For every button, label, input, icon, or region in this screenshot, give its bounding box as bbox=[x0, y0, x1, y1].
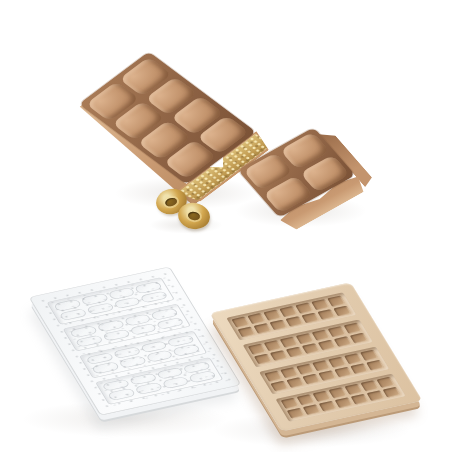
pocket-cell bbox=[350, 332, 368, 343]
pocket-cell bbox=[286, 346, 304, 357]
pocket-cell bbox=[297, 394, 315, 405]
pocket-cell bbox=[361, 380, 379, 391]
pocket-cell bbox=[270, 350, 288, 361]
pocket-cell bbox=[333, 305, 351, 316]
pocket-cell bbox=[279, 306, 297, 317]
pocket-cell bbox=[247, 313, 265, 324]
pocket-cell bbox=[382, 387, 400, 398]
pocket-cell bbox=[248, 343, 266, 354]
pocket-cell bbox=[296, 364, 314, 375]
pocket-cell bbox=[367, 390, 385, 401]
chocolate-bar bbox=[79, 51, 256, 184]
pocket-cell bbox=[360, 350, 378, 361]
pocket-cell bbox=[263, 309, 281, 320]
pocket-cell bbox=[376, 377, 394, 388]
pocket-cell bbox=[311, 299, 329, 310]
polycarbonate-mold bbox=[29, 266, 242, 415]
pocket-cell bbox=[281, 398, 299, 409]
pocket-cell bbox=[335, 397, 353, 408]
pocket-cell bbox=[319, 400, 337, 411]
pocket-cell bbox=[296, 333, 314, 344]
pocket-cell bbox=[334, 366, 352, 377]
pocket-cell bbox=[350, 363, 368, 374]
pocket-cell bbox=[303, 404, 321, 415]
pocket-cell bbox=[302, 373, 320, 384]
pocket-cell bbox=[313, 391, 331, 402]
pocket-cell bbox=[327, 295, 345, 306]
pocket-cell bbox=[270, 380, 288, 391]
pocket-cell bbox=[264, 340, 282, 351]
pocket-cell bbox=[285, 316, 303, 327]
pocket-cell bbox=[286, 377, 304, 388]
pocket-cell bbox=[334, 336, 352, 347]
pocket-cell bbox=[344, 323, 362, 334]
pocket-cell bbox=[231, 316, 249, 327]
product-photo bbox=[0, 0, 452, 452]
pocket-cell bbox=[318, 339, 336, 350]
pocket-cell bbox=[312, 330, 330, 341]
pocket-cell bbox=[280, 336, 298, 347]
pocket-cell bbox=[269, 319, 287, 330]
pocket-cell bbox=[301, 312, 319, 323]
pocket-cell bbox=[317, 309, 335, 320]
pocket-cell bbox=[366, 359, 384, 370]
pocket-cell bbox=[328, 357, 346, 368]
pocket-cell bbox=[264, 371, 282, 382]
pocket-cell bbox=[295, 302, 313, 313]
pocket-cell bbox=[302, 343, 320, 354]
pocket-cell bbox=[254, 353, 272, 364]
silicone-mold bbox=[210, 282, 423, 431]
pocket-cell bbox=[329, 387, 347, 398]
pocket-cell bbox=[344, 353, 362, 364]
pocket-cell bbox=[312, 360, 330, 371]
pocket-cell bbox=[237, 326, 255, 337]
pocket-cell bbox=[345, 384, 363, 395]
pocket-cell bbox=[280, 367, 298, 378]
pocket-cell bbox=[328, 326, 346, 337]
pocket-cell bbox=[287, 407, 305, 418]
pocket-cell bbox=[351, 394, 369, 405]
pocket-cell bbox=[253, 323, 271, 334]
pocket-cell bbox=[318, 370, 336, 381]
